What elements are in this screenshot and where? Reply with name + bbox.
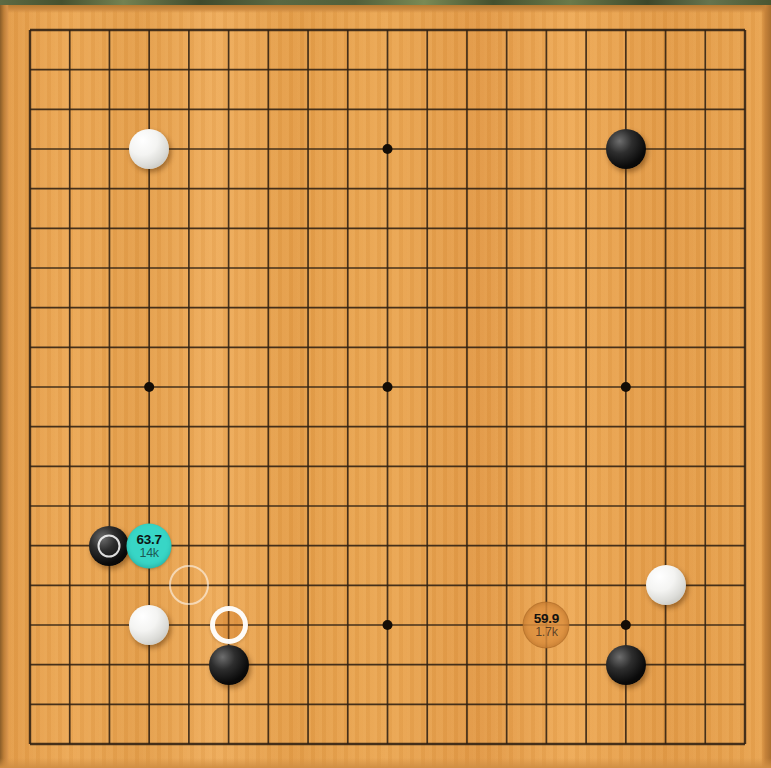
visits-label: 1.7k [535, 626, 557, 639]
preview-circle-E5 [169, 565, 209, 605]
star-point-K10 [383, 382, 393, 392]
go-board[interactable]: 63.714k59.91.7k [0, 0, 771, 768]
candidate-move-O4[interactable]: 59.91.7k [523, 602, 570, 649]
star-point-D10 [144, 382, 154, 392]
winrate-label: 59.9 [534, 612, 559, 626]
star-point-Q10 [621, 382, 631, 392]
stone-black-F3 [209, 645, 249, 685]
winrate-label: 63.7 [137, 532, 162, 546]
stone-black-Q16 [606, 129, 646, 169]
preview-ring-F4 [210, 606, 248, 644]
star-point-Q4 [621, 620, 631, 630]
stone-white-D4 [129, 605, 169, 645]
star-point-K16 [383, 144, 393, 154]
visits-label: 14k [140, 546, 159, 559]
stone-white-D16 [129, 129, 169, 169]
stone-white-R5 [646, 565, 686, 605]
star-point-K4 [383, 620, 393, 630]
candidate-move-D6[interactable]: 63.714k [127, 523, 172, 568]
board-grid [0, 0, 771, 768]
go-app-window: 63.714k59.91.7k [0, 0, 771, 768]
stone-black-Q3 [606, 645, 646, 685]
last-move-marker-C6 [98, 534, 121, 557]
